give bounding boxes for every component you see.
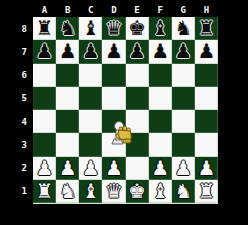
square-f5[interactable] <box>149 87 172 110</box>
square-c7[interactable]: ♟ <box>79 40 102 63</box>
square-d7[interactable]: ♟ <box>102 40 125 63</box>
square-h1[interactable]: ♜ <box>195 180 218 203</box>
square-b4[interactable] <box>56 110 79 133</box>
file-label-d: D <box>102 5 125 16</box>
white-bishop-c1: ♝ <box>79 180 102 203</box>
square-g2[interactable]: ♟ <box>172 157 195 180</box>
square-d5[interactable] <box>102 87 125 110</box>
square-b2[interactable]: ♟ <box>56 157 79 180</box>
rank-label-7: 7 <box>15 40 30 63</box>
square-c3[interactable] <box>79 133 102 156</box>
white-pawn-g2: ♟ <box>172 157 195 180</box>
white-rook-a1: ♜ <box>33 180 56 203</box>
file-labels: ABCDEFGH <box>33 5 218 16</box>
square-f1[interactable]: ♝ <box>149 180 172 203</box>
square-e5[interactable] <box>126 87 149 110</box>
black-queen-d8: ♛ <box>102 17 125 40</box>
file-label-b: B <box>56 5 79 16</box>
black-rook-a8: ♜ <box>33 17 56 40</box>
square-f3[interactable] <box>149 133 172 156</box>
square-g7[interactable]: ♟ <box>172 40 195 63</box>
square-e6[interactable] <box>126 64 149 87</box>
file-label-h: H <box>195 5 218 16</box>
black-pawn-b7: ♟ <box>56 40 79 63</box>
square-a4[interactable] <box>33 110 56 133</box>
square-h7[interactable]: ♟ <box>195 40 218 63</box>
square-h8[interactable]: ♜ <box>195 17 218 40</box>
white-knight-b1: ♞ <box>56 180 79 203</box>
square-b1[interactable]: ♞ <box>56 180 79 203</box>
square-b5[interactable] <box>56 87 79 110</box>
square-e8[interactable]: ♚ <box>126 17 149 40</box>
square-f6[interactable] <box>149 64 172 87</box>
file-label-f: F <box>149 5 172 16</box>
rank-label-6: 6 <box>15 64 30 87</box>
white-pawn-c2: ♟ <box>79 157 102 180</box>
black-pawn-h7: ♟ <box>195 40 218 63</box>
white-pawn-d2: ♟ <box>102 157 125 180</box>
rank-label-3: 3 <box>15 133 30 156</box>
white-bishop-f1: ♝ <box>149 180 172 203</box>
rank-label-2: 2 <box>15 157 30 180</box>
square-h5[interactable] <box>195 87 218 110</box>
square-c4[interactable] <box>79 110 102 133</box>
white-pawn-b2: ♟ <box>56 157 79 180</box>
square-a6[interactable] <box>33 64 56 87</box>
square-d6[interactable] <box>102 64 125 87</box>
square-h3[interactable] <box>195 133 218 156</box>
white-pawn-f2: ♟ <box>149 157 172 180</box>
square-d2[interactable]: ♟ <box>102 157 125 180</box>
square-f2[interactable]: ♟ <box>149 157 172 180</box>
rank-label-4: 4 <box>15 110 30 133</box>
square-a2[interactable]: ♟ <box>33 157 56 180</box>
white-queen-d1: ♛ <box>102 180 125 203</box>
file-label-g: G <box>172 5 195 16</box>
square-c6[interactable] <box>79 64 102 87</box>
file-label-c: C <box>79 5 102 16</box>
square-a5[interactable] <box>33 87 56 110</box>
hand-cursor-holding-pawn <box>111 120 137 147</box>
white-king-e1: ♚ <box>126 180 149 203</box>
file-label-e: E <box>126 5 149 16</box>
square-a7[interactable]: ♟ <box>33 40 56 63</box>
square-a3[interactable] <box>33 133 56 156</box>
square-f4[interactable] <box>149 110 172 133</box>
square-a8[interactable]: ♜ <box>33 17 56 40</box>
square-e7[interactable]: ♟ <box>126 40 149 63</box>
square-f7[interactable]: ♟ <box>149 40 172 63</box>
black-knight-g8: ♞ <box>172 17 195 40</box>
black-pawn-e7: ♟ <box>126 40 149 63</box>
square-e2[interactable] <box>126 157 149 180</box>
square-c5[interactable] <box>79 87 102 110</box>
square-b8[interactable]: ♞ <box>56 17 79 40</box>
white-pawn-h2: ♟ <box>195 157 218 180</box>
square-d8[interactable]: ♛ <box>102 17 125 40</box>
square-g3[interactable] <box>172 133 195 156</box>
square-b3[interactable] <box>56 133 79 156</box>
square-b6[interactable] <box>56 64 79 87</box>
black-rook-h8: ♜ <box>195 17 218 40</box>
black-pawn-a7: ♟ <box>33 40 56 63</box>
rank-label-1: 1 <box>15 180 30 203</box>
rank-label-8: 8 <box>15 17 30 40</box>
black-bishop-f8: ♝ <box>149 17 172 40</box>
square-b7[interactable]: ♟ <box>56 40 79 63</box>
black-bishop-c8: ♝ <box>79 17 102 40</box>
white-rook-h1: ♜ <box>195 180 218 203</box>
square-e1[interactable]: ♚ <box>126 180 149 203</box>
square-c8[interactable]: ♝ <box>79 17 102 40</box>
square-a1[interactable]: ♜ <box>33 180 56 203</box>
square-c1[interactable]: ♝ <box>79 180 102 203</box>
square-h4[interactable] <box>195 110 218 133</box>
file-label-a: A <box>33 5 56 16</box>
square-c2[interactable]: ♟ <box>79 157 102 180</box>
black-pawn-f7: ♟ <box>149 40 172 63</box>
black-pawn-c7: ♟ <box>79 40 102 63</box>
black-knight-b8: ♞ <box>56 17 79 40</box>
square-g5[interactable] <box>172 87 195 110</box>
white-knight-g1: ♞ <box>172 180 195 203</box>
rank-labels: 87654321 <box>15 17 30 203</box>
black-pawn-d7: ♟ <box>102 40 125 63</box>
black-king-e8: ♚ <box>126 17 149 40</box>
square-f8[interactable]: ♝ <box>149 17 172 40</box>
game-screen: ABCDEFGH 87654321 ♜♞♝♛♚♝♞♜♟♟♟♟♟♟♟♟♟♟♟♟♟♟… <box>0 0 248 225</box>
square-h6[interactable] <box>195 64 218 87</box>
square-d1[interactable]: ♛ <box>102 180 125 203</box>
black-pawn-g7: ♟ <box>172 40 195 63</box>
square-g6[interactable] <box>172 64 195 87</box>
square-h2[interactable]: ♟ <box>195 157 218 180</box>
chess-board: ♜♞♝♛♚♝♞♜♟♟♟♟♟♟♟♟♟♟♟♟♟♟♟♜♞♝♛♚♝♞♜ <box>33 17 218 204</box>
square-g1[interactable]: ♞ <box>172 180 195 203</box>
square-g8[interactable]: ♞ <box>172 17 195 40</box>
square-g4[interactable] <box>172 110 195 133</box>
rank-label-5: 5 <box>15 87 30 110</box>
white-pawn-a2: ♟ <box>33 157 56 180</box>
